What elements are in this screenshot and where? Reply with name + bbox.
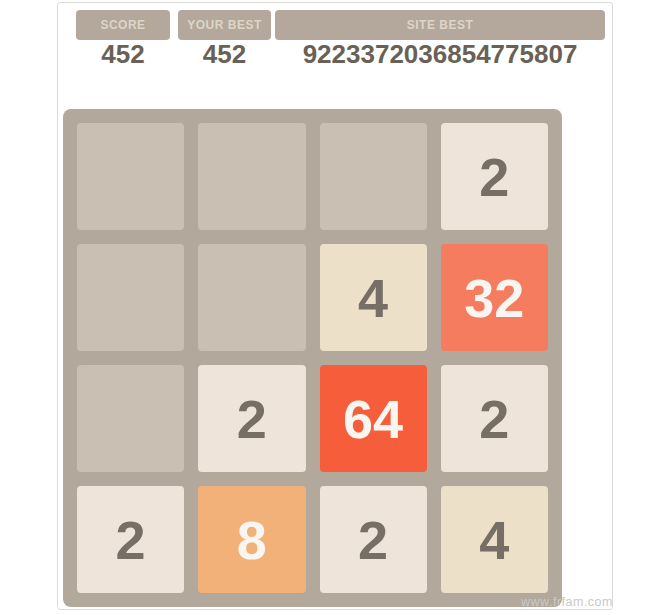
score-box: SCORE <box>76 10 170 40</box>
tile-2: 2 <box>77 486 184 593</box>
empty-cell <box>77 244 184 351</box>
your-best-label: YOUR BEST <box>187 18 262 32</box>
tile-2: 2 <box>320 486 427 593</box>
site-best-value: 9223372036854775807 <box>275 39 605 69</box>
tile-2: 2 <box>441 365 548 472</box>
site-best-label: SITE BEST <box>407 18 474 32</box>
game-panel: SCORE YOUR BEST SITE BEST 452 452 922337… <box>57 2 613 610</box>
empty-cell <box>320 123 427 230</box>
empty-cell <box>198 244 305 351</box>
empty-cell <box>77 365 184 472</box>
tile-32: 32 <box>441 244 548 351</box>
tile-4: 4 <box>441 486 548 593</box>
tile-64: 64 <box>320 365 427 472</box>
score-label: SCORE <box>100 18 145 32</box>
tile-2: 2 <box>198 365 305 472</box>
empty-cell <box>77 123 184 230</box>
your-best-box: YOUR BEST <box>178 10 271 40</box>
watermark: www.frfam.com <box>521 595 613 609</box>
site-best-box: SITE BEST <box>275 10 605 40</box>
score-value: 452 <box>76 39 170 69</box>
your-best-value: 452 <box>178 39 271 69</box>
page: SCORE YOUR BEST SITE BEST 452 452 922337… <box>0 0 670 615</box>
tile-2: 2 <box>441 123 548 230</box>
tile-4: 4 <box>320 244 427 351</box>
empty-cell <box>198 123 305 230</box>
board-grid[interactable]: 243226422824 <box>63 109 562 607</box>
tile-8: 8 <box>198 486 305 593</box>
